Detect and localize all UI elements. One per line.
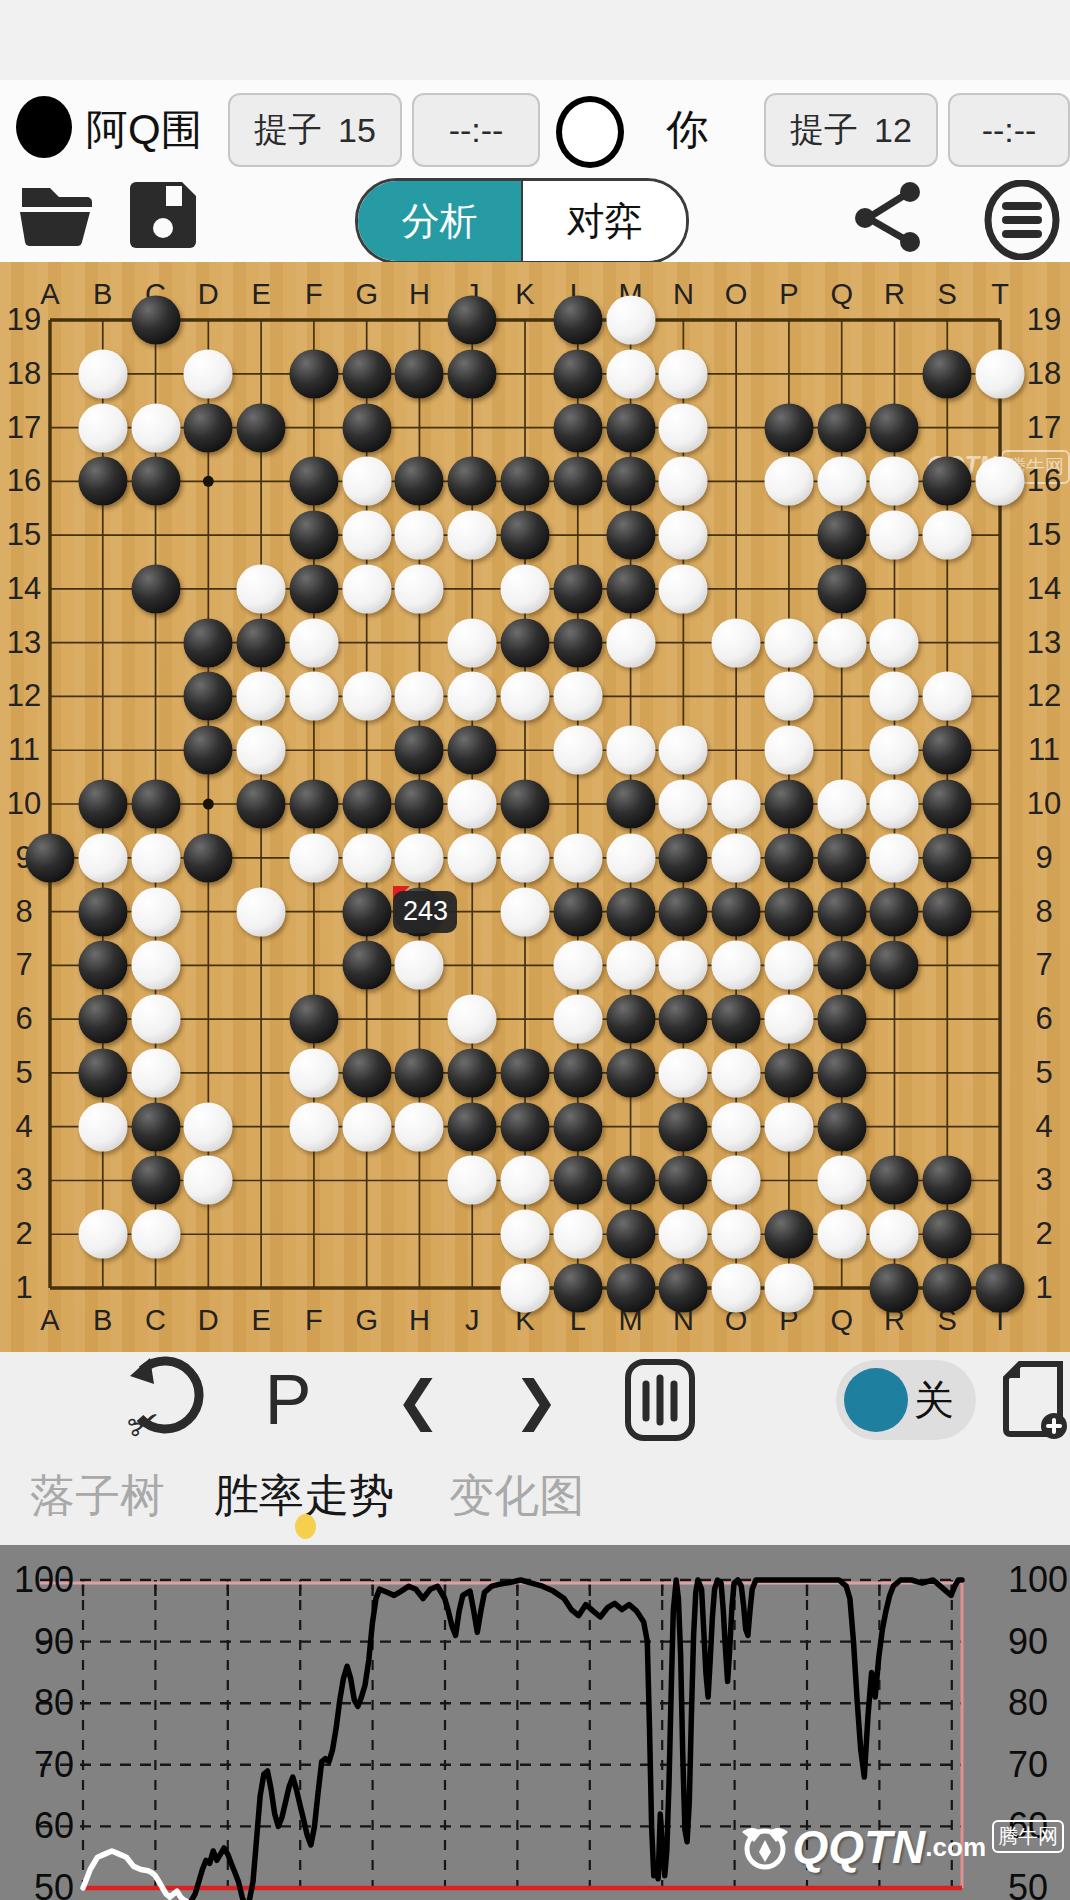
white-stone-G16[interactable] — [342, 457, 391, 506]
black-stone-M8[interactable] — [606, 887, 655, 936]
black-stone-Q15[interactable] — [817, 511, 866, 560]
white-captures-label: 提子 — [790, 107, 858, 153]
black-stone-H5[interactable] — [395, 1048, 444, 1097]
black-stone-K13[interactable] — [501, 618, 550, 667]
black-stone-O8[interactable] — [712, 887, 761, 936]
black-stone-A9[interactable] — [26, 833, 75, 882]
coord-label: 2 — [1035, 1216, 1052, 1252]
white-stone-L9[interactable] — [553, 833, 602, 882]
white-stone-icon — [556, 96, 624, 168]
black-stone-J19[interactable] — [448, 296, 497, 345]
white-stone-N16[interactable] — [659, 457, 708, 506]
next-move-icon[interactable]: ❯ — [496, 1352, 576, 1448]
svg-text:100: 100 — [1008, 1559, 1068, 1600]
coord-label: 3 — [15, 1162, 32, 1198]
black-stone-D12[interactable] — [184, 672, 233, 721]
black-stone-R8[interactable] — [870, 887, 919, 936]
black-stone-M14[interactable] — [606, 564, 655, 613]
black-stone-S2[interactable] — [923, 1210, 972, 1259]
black-stone-F6[interactable] — [289, 995, 338, 1044]
coord-label: S — [938, 278, 957, 311]
black-stone-J5[interactable] — [448, 1048, 497, 1097]
white-stone-K12[interactable] — [501, 672, 550, 721]
white-stone-K9[interactable] — [501, 833, 550, 882]
coord-label: 19 — [1027, 302, 1061, 338]
black-captures-button[interactable]: 提子 15 — [228, 93, 402, 167]
white-stone-P4[interactable] — [764, 1102, 813, 1151]
white-stone-C6[interactable] — [131, 995, 180, 1044]
black-stone-F10[interactable] — [289, 780, 338, 829]
black-stone-icon — [16, 96, 72, 158]
white-stone-P13[interactable] — [764, 618, 813, 667]
white-winrate — [83, 1851, 192, 1900]
ai-toggle-knob[interactable] — [844, 1368, 908, 1432]
coord-label: 1 — [15, 1270, 32, 1306]
white-stone-H12[interactable] — [395, 672, 444, 721]
black-stone-L3[interactable] — [553, 1156, 602, 1205]
black-player-name: 阿Q围 — [86, 102, 203, 158]
black-stone-J16[interactable] — [448, 457, 497, 506]
black-stone-G5[interactable] — [342, 1048, 391, 1097]
black-stone-R3[interactable] — [870, 1156, 919, 1205]
coord-label: 6 — [15, 1001, 32, 1037]
white-stone-J6[interactable] — [448, 995, 497, 1044]
save-icon[interactable] — [128, 180, 198, 250]
white-stone-J9[interactable] — [448, 833, 497, 882]
coord-label: 15 — [1027, 517, 1061, 553]
white-stone-G14[interactable] — [342, 564, 391, 613]
white-stone-K1[interactable] — [501, 1264, 550, 1313]
white-stone-J13[interactable] — [448, 618, 497, 667]
black-stone-M3[interactable] — [606, 1156, 655, 1205]
tab-play[interactable]: 对弈 — [521, 181, 686, 261]
black-stone-S1[interactable] — [923, 1264, 972, 1313]
coord-label: 11 — [8, 732, 40, 768]
black-stone-O6[interactable] — [712, 995, 761, 1044]
black-stone-N3[interactable] — [659, 1156, 708, 1205]
coord-label: 5 — [15, 1055, 32, 1091]
coord-label: 14 — [1027, 571, 1061, 607]
white-stone-S12[interactable] — [923, 672, 972, 721]
black-stone-R1[interactable] — [870, 1264, 919, 1313]
share-icon[interactable] — [852, 180, 926, 254]
black-stone-L18[interactable] — [553, 349, 602, 398]
white-stone-F4[interactable] — [289, 1102, 338, 1151]
tab-analysis[interactable]: 分析 — [358, 181, 521, 261]
white-stone-Q3[interactable] — [817, 1156, 866, 1205]
black-stone-F16[interactable] — [289, 457, 338, 506]
black-stone-B8[interactable] — [78, 887, 127, 936]
white-stone-R11[interactable] — [870, 726, 919, 775]
white-stone-H15[interactable] — [395, 511, 444, 560]
coord-label: A — [40, 278, 59, 311]
black-stone-R17[interactable] — [870, 403, 919, 452]
black-stone-C16[interactable] — [131, 457, 180, 506]
black-stone-Q6[interactable] — [817, 995, 866, 1044]
white-stone-M19[interactable] — [606, 296, 655, 345]
white-stone-J12[interactable] — [448, 672, 497, 721]
white-stone-R13[interactable] — [870, 618, 919, 667]
black-stone-D11[interactable] — [184, 726, 233, 775]
coord-label: 17 — [1027, 410, 1061, 446]
white-stone-R2[interactable] — [870, 1210, 919, 1259]
view-tabs: 落子树 胜率走势 变化图 — [0, 1448, 1070, 1545]
white-stone-R10[interactable] — [870, 780, 919, 829]
white-stone-P16[interactable] — [764, 457, 813, 506]
black-stone-M16[interactable] — [606, 457, 655, 506]
white-stone-H9[interactable] — [395, 833, 444, 882]
white-stone-E11[interactable] — [237, 726, 286, 775]
black-stone-Q4[interactable] — [817, 1102, 866, 1151]
tab-move-tree[interactable]: 落子树 — [30, 1466, 165, 1526]
white-stone-R16[interactable] — [870, 457, 919, 506]
white-stone-O4[interactable] — [712, 1102, 761, 1151]
white-stone-G15[interactable] — [342, 511, 391, 560]
black-stone-P5[interactable] — [764, 1048, 813, 1097]
white-stone-Q10[interactable] — [817, 780, 866, 829]
black-stone-H11[interactable] — [395, 726, 444, 775]
menu-icon[interactable] — [982, 180, 1062, 260]
coord-label: R — [884, 278, 905, 311]
black-stone-S11[interactable] — [923, 726, 972, 775]
coord-label: Q — [830, 278, 853, 311]
white-stone-K8[interactable] — [501, 887, 550, 936]
svg-text:✂: ✂ — [122, 1398, 167, 1444]
white-stone-B17[interactable] — [78, 403, 127, 452]
coord-label: 17 — [7, 410, 41, 446]
mode-toggle[interactable]: 分析 对弈 — [355, 178, 689, 264]
white-stone-P1[interactable] — [764, 1264, 813, 1313]
black-stone-Q9[interactable] — [817, 833, 866, 882]
black-stone-G17[interactable] — [342, 403, 391, 452]
svg-text:60: 60 — [34, 1805, 74, 1846]
white-stone-L7[interactable] — [553, 941, 602, 990]
svg-text:80: 80 — [1008, 1682, 1048, 1723]
white-stone-K3[interactable] — [501, 1156, 550, 1205]
black-stone-L13[interactable] — [553, 618, 602, 667]
black-stone-Q5[interactable] — [817, 1048, 866, 1097]
black-stone-H10[interactable] — [395, 780, 444, 829]
black-stone-L19[interactable] — [553, 296, 602, 345]
black-stone-E17[interactable] — [237, 403, 286, 452]
last-move-number-badge: 243 — [393, 891, 457, 933]
coord-label: 18 — [1027, 356, 1061, 392]
black-stone-P9[interactable] — [764, 833, 813, 882]
black-stone-J11[interactable] — [448, 726, 497, 775]
black-stone-C19[interactable] — [131, 296, 180, 345]
black-stone-F14[interactable] — [289, 564, 338, 613]
black-stone-M6[interactable] — [606, 995, 655, 1044]
black-stone-K10[interactable] — [501, 780, 550, 829]
white-stone-P6[interactable] — [764, 995, 813, 1044]
coord-label: 13 — [7, 625, 41, 661]
black-stone-M17[interactable] — [606, 403, 655, 452]
coord-label: F — [305, 1304, 323, 1337]
black-stone-C14[interactable] — [131, 564, 180, 613]
white-stone-L2[interactable] — [553, 1210, 602, 1259]
white-stone-N7[interactable] — [659, 941, 708, 990]
black-stone-Q7[interactable] — [817, 941, 866, 990]
white-stone-C7[interactable] — [131, 941, 180, 990]
white-captures-button[interactable]: 提子 12 — [764, 93, 938, 167]
black-stone-S16[interactable] — [923, 457, 972, 506]
black-stone-K5[interactable] — [501, 1048, 550, 1097]
white-stone-B9[interactable] — [78, 833, 127, 882]
white-stone-N11[interactable] — [659, 726, 708, 775]
white-stone-M9[interactable] — [606, 833, 655, 882]
white-stone-K2[interactable] — [501, 1210, 550, 1259]
black-stone-P8[interactable] — [764, 887, 813, 936]
black-stone-M10[interactable] — [606, 780, 655, 829]
coord-label: K — [515, 278, 534, 311]
black-stone-D9[interactable] — [184, 833, 233, 882]
white-stone-B4[interactable] — [78, 1102, 127, 1151]
coord-label: A — [40, 1304, 59, 1337]
white-stone-N10[interactable] — [659, 780, 708, 829]
black-stone-N8[interactable] — [659, 887, 708, 936]
coord-label: 12 — [1027, 678, 1061, 714]
coord-label: 15 — [7, 517, 41, 553]
bottom-toolbar: ✂ P ❮ ❯ 关 — [0, 1352, 1070, 1448]
white-stone-C17[interactable] — [131, 403, 180, 452]
white-stone-O3[interactable] — [712, 1156, 761, 1205]
analysis-chart-icon[interactable] — [612, 1352, 708, 1448]
white-stone-H14[interactable] — [395, 564, 444, 613]
white-stone-C9[interactable] — [131, 833, 180, 882]
black-stone-S18[interactable] — [923, 349, 972, 398]
black-stone-M15[interactable] — [606, 511, 655, 560]
black-stone-Q17[interactable] — [817, 403, 866, 452]
black-stone-B6[interactable] — [78, 995, 127, 1044]
white-stone-H4[interactable] — [395, 1102, 444, 1151]
white-stone-L11[interactable] — [553, 726, 602, 775]
coord-label: 10 — [1027, 786, 1061, 822]
white-stone-D4[interactable] — [184, 1102, 233, 1151]
coord-label: H — [409, 278, 430, 311]
black-captures-value: 15 — [338, 111, 376, 150]
coord-label: F — [305, 278, 323, 311]
white-stone-E8[interactable] — [237, 887, 286, 936]
black-stone-C3[interactable] — [131, 1156, 180, 1205]
black-stone-E13[interactable] — [237, 618, 286, 667]
white-stone-P12[interactable] — [764, 672, 813, 721]
white-stone-M11[interactable] — [606, 726, 655, 775]
white-stone-C5[interactable] — [131, 1048, 180, 1097]
coord-label: B — [93, 278, 112, 311]
coord-label: O — [725, 278, 748, 311]
white-stone-G9[interactable] — [342, 833, 391, 882]
black-stone-L1[interactable] — [553, 1264, 602, 1313]
white-stone-N15[interactable] — [659, 511, 708, 560]
black-stone-L8[interactable] — [553, 887, 602, 936]
coord-label: D — [198, 1304, 219, 1337]
black-stone-B5[interactable] — [78, 1048, 127, 1097]
black-stone-L17[interactable] — [553, 403, 602, 452]
coord-label: E — [251, 278, 270, 311]
white-stone-S15[interactable] — [923, 511, 972, 560]
black-stone-M1[interactable] — [606, 1264, 655, 1313]
black-stone-H18[interactable] — [395, 349, 444, 398]
black-stone-K4[interactable] — [501, 1102, 550, 1151]
white-stone-M18[interactable] — [606, 349, 655, 398]
svg-text:70: 70 — [1008, 1744, 1048, 1785]
black-stone-Q8[interactable] — [817, 887, 866, 936]
white-stone-J15[interactable] — [448, 511, 497, 560]
white-stone-O7[interactable] — [712, 941, 761, 990]
black-stone-F18[interactable] — [289, 349, 338, 398]
black-timer-value: --:-- — [449, 111, 504, 150]
black-stone-C10[interactable] — [131, 780, 180, 829]
black-stone-B10[interactable] — [78, 780, 127, 829]
white-captures-value: 12 — [874, 111, 912, 150]
white-stone-M7[interactable] — [606, 941, 655, 990]
white-stone-N17[interactable] — [659, 403, 708, 452]
white-stone-B18[interactable] — [78, 349, 127, 398]
black-stone-G8[interactable] — [342, 887, 391, 936]
black-stone-J4[interactable] — [448, 1102, 497, 1151]
black-stone-G7[interactable] — [342, 941, 391, 990]
coord-label: 16 — [1027, 463, 1061, 499]
white-stone-E14[interactable] — [237, 564, 286, 613]
black-stone-N4[interactable] — [659, 1102, 708, 1151]
white-player-name: 你 — [666, 102, 708, 158]
white-stone-F5[interactable] — [289, 1048, 338, 1097]
coord-label: C — [145, 1304, 166, 1337]
black-stone-M5[interactable] — [606, 1048, 655, 1097]
white-stone-O10[interactable] — [712, 780, 761, 829]
white-stone-C2[interactable] — [131, 1210, 180, 1259]
black-stone-D17[interactable] — [184, 403, 233, 452]
coord-label: P — [779, 278, 798, 311]
black-stone-T1[interactable] — [976, 1264, 1025, 1313]
white-stone-Q16[interactable] — [817, 457, 866, 506]
white-stone-E12[interactable] — [237, 672, 286, 721]
black-stone-L16[interactable] — [553, 457, 602, 506]
white-stone-T16[interactable] — [976, 457, 1025, 506]
black-stone-L4[interactable] — [553, 1102, 602, 1151]
black-stone-C4[interactable] — [131, 1102, 180, 1151]
white-stone-N5[interactable] — [659, 1048, 708, 1097]
black-stone-P10[interactable] — [764, 780, 813, 829]
white-stone-N2[interactable] — [659, 1210, 708, 1259]
white-stone-R9[interactable] — [870, 833, 919, 882]
white-stone-F13[interactable] — [289, 618, 338, 667]
svg-text:70: 70 — [34, 1744, 74, 1785]
black-stone-E10[interactable] — [237, 780, 286, 829]
white-stone-N18[interactable] — [659, 349, 708, 398]
white-stone-M13[interactable] — [606, 618, 655, 667]
white-stone-R12[interactable] — [870, 672, 919, 721]
black-stone-M2[interactable] — [606, 1210, 655, 1259]
black-stone-D13[interactable] — [184, 618, 233, 667]
coord-label: 8 — [15, 894, 32, 930]
black-stone-L14[interactable] — [553, 564, 602, 613]
white-stone-O2[interactable] — [712, 1210, 761, 1259]
white-stone-Q13[interactable] — [817, 618, 866, 667]
white-stone-Q2[interactable] — [817, 1210, 866, 1259]
white-stone-R15[interactable] — [870, 511, 919, 560]
black-stone-G18[interactable] — [342, 349, 391, 398]
tab-variation-diagram[interactable]: 变化图 — [449, 1466, 584, 1526]
black-stone-S8[interactable] — [923, 887, 972, 936]
coord-label: 7 — [15, 947, 32, 983]
prev-move-icon[interactable]: ❮ — [378, 1352, 458, 1448]
coord-label: 12 — [7, 678, 41, 714]
white-timer-button[interactable]: --:-- — [948, 93, 1070, 167]
white-stone-B2[interactable] — [78, 1210, 127, 1259]
white-stone-T18[interactable] — [976, 349, 1025, 398]
black-stone-L5[interactable] — [553, 1048, 602, 1097]
white-stone-P7[interactable] — [764, 941, 813, 990]
coord-label: 10 — [7, 786, 41, 822]
takeback-icon[interactable]: ✂ — [118, 1352, 214, 1448]
white-stone-G4[interactable] — [342, 1102, 391, 1151]
black-stone-H16[interactable] — [395, 457, 444, 506]
white-stone-L12[interactable] — [553, 672, 602, 721]
coord-label: 6 — [1035, 1001, 1052, 1037]
black-stone-P17[interactable] — [764, 403, 813, 452]
white-stone-J10[interactable] — [448, 780, 497, 829]
white-stone-K14[interactable] — [501, 564, 550, 613]
white-stone-G12[interactable] — [342, 672, 391, 721]
go-board[interactable]: QQTN 腾牛网 AABBCCDDEEFFGGHHJJKKLLMMNNOOPPQ… — [0, 262, 1070, 1352]
black-timer-button[interactable]: --:-- — [412, 93, 540, 167]
coord-label: B — [93, 1304, 112, 1337]
white-stone-F12[interactable] — [289, 672, 338, 721]
white-stone-D18[interactable] — [184, 349, 233, 398]
white-stone-O13[interactable] — [712, 618, 761, 667]
status-bar — [0, 0, 1070, 80]
white-stone-P11[interactable] — [764, 726, 813, 775]
black-stone-K16[interactable] — [501, 457, 550, 506]
coord-label: H — [409, 1304, 430, 1337]
white-stone-O5[interactable] — [712, 1048, 761, 1097]
black-stone-N9[interactable] — [659, 833, 708, 882]
black-stone-K15[interactable] — [501, 511, 550, 560]
black-stone-S10[interactable] — [923, 780, 972, 829]
pass-button[interactable]: P — [248, 1352, 328, 1448]
white-stone-J3[interactable] — [448, 1156, 497, 1205]
black-stone-G10[interactable] — [342, 780, 391, 829]
white-stone-D3[interactable] — [184, 1156, 233, 1205]
white-stone-O9[interactable] — [712, 833, 761, 882]
black-stone-P2[interactable] — [764, 1210, 813, 1259]
black-stone-N6[interactable] — [659, 995, 708, 1044]
white-stone-F9[interactable] — [289, 833, 338, 882]
new-file-icon[interactable] — [1000, 1352, 1070, 1448]
black-stone-R7[interactable] — [870, 941, 919, 990]
white-stone-H7[interactable] — [395, 941, 444, 990]
coord-label: 1 — [1035, 1270, 1052, 1306]
ai-toggle[interactable]: 关 — [836, 1360, 976, 1440]
black-stone-N1[interactable] — [659, 1264, 708, 1313]
ai-toggle-label: 关 — [914, 1360, 954, 1440]
black-stone-J18[interactable] — [448, 349, 497, 398]
black-stone-Q14[interactable] — [817, 564, 866, 613]
white-stone-O1[interactable] — [712, 1264, 761, 1313]
white-stone-L6[interactable] — [553, 995, 602, 1044]
star-point — [203, 476, 214, 487]
open-file-icon[interactable] — [18, 180, 98, 246]
black-stone-S9[interactable] — [923, 833, 972, 882]
white-stone-N14[interactable] — [659, 564, 708, 613]
coord-label: D — [198, 278, 219, 311]
white-stone-C8[interactable] — [131, 887, 180, 936]
black-stone-F15[interactable] — [289, 511, 338, 560]
black-stone-B7[interactable] — [78, 941, 127, 990]
black-stone-B16[interactable] — [78, 457, 127, 506]
black-stone-S3[interactable] — [923, 1156, 972, 1205]
